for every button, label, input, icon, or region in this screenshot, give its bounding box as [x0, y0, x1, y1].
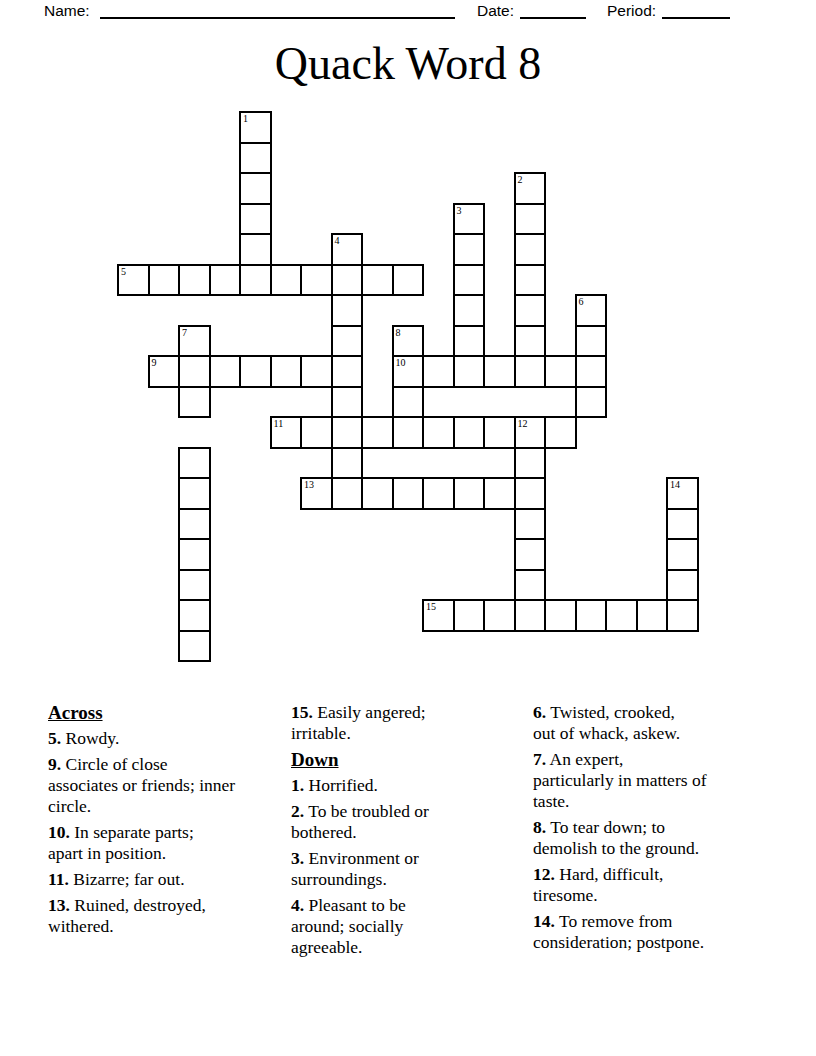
grid-cell[interactable]: [514, 233, 547, 266]
grid-cell[interactable]: [666, 508, 699, 541]
grid-cell[interactable]: [514, 264, 547, 297]
grid-cell[interactable]: [392, 477, 425, 510]
cell-number: 3: [457, 205, 462, 216]
clue-number-label: 4.: [291, 895, 304, 915]
clue-number-label: 2.: [291, 801, 304, 821]
cell-number: 5: [121, 266, 126, 277]
grid-cell[interactable]: [331, 386, 364, 419]
grid-cell[interactable]: [148, 264, 181, 297]
clue-number-label: 12.: [533, 864, 555, 884]
clue-number-label: 1.: [291, 775, 304, 795]
grid-cell[interactable]: [422, 416, 455, 449]
cell-number: 15: [426, 601, 436, 612]
grid-cell[interactable]: [270, 355, 303, 388]
grid-cell[interactable]: [453, 294, 486, 327]
grid-cell[interactable]: 15: [422, 599, 455, 632]
grid-cell[interactable]: 13: [300, 477, 333, 510]
clue-number-label: 15.: [291, 702, 313, 722]
grid-cell[interactable]: [300, 416, 333, 449]
grid-cell[interactable]: [453, 599, 486, 632]
cell-number: 12: [518, 418, 528, 429]
grid-cell[interactable]: [514, 477, 547, 510]
grid-cell[interactable]: [666, 569, 699, 602]
grid-cell[interactable]: [239, 203, 272, 236]
cell-number: 10: [396, 357, 406, 368]
grid-cell[interactable]: [544, 599, 577, 632]
grid-cell[interactable]: [514, 508, 547, 541]
clue-text: Pleasant to be around; socially agreeabl…: [291, 895, 406, 957]
clue-text: Horrified.: [309, 775, 379, 795]
clue-text: Rowdy.: [66, 728, 120, 748]
grid-cell[interactable]: [422, 355, 455, 388]
grid-cell[interactable]: [331, 416, 364, 449]
crossword-grid: 123456789101112131415: [117, 111, 700, 663]
clue-text: An expert, particularly in matters of ta…: [533, 749, 706, 811]
clue-down-8: 8. To tear down; to demolish to the grou…: [533, 817, 773, 859]
grid-cell[interactable]: [270, 264, 303, 297]
clue-number-label: 13.: [48, 895, 70, 915]
clue-down-3: 3. Environment or surroundings.: [291, 848, 531, 890]
name-line[interactable]: [100, 17, 455, 19]
grid-cell[interactable]: [209, 264, 242, 297]
grid-cell[interactable]: [361, 477, 394, 510]
date-line[interactable]: [520, 17, 586, 19]
grid-cell[interactable]: [178, 447, 211, 480]
grid-cell[interactable]: [666, 538, 699, 571]
grid-cell[interactable]: [636, 599, 669, 632]
grid-cell[interactable]: [331, 264, 364, 297]
grid-cell[interactable]: [178, 386, 211, 419]
grid-cell[interactable]: [331, 447, 364, 480]
grid-cell[interactable]: [453, 355, 486, 388]
grid-cell[interactable]: [666, 599, 699, 632]
grid-cell[interactable]: [422, 477, 455, 510]
clue-across-9: 9. Circle of close associates or friends…: [48, 754, 288, 817]
clue-down-6: 6. Twisted, crooked, out of whack, askew…: [533, 702, 773, 744]
clue-across-5: 5. Rowdy.: [48, 728, 288, 749]
grid-cell[interactable]: [483, 477, 516, 510]
clue-text: To be troubled or bothered.: [291, 801, 429, 842]
grid-cell[interactable]: [483, 599, 516, 632]
date-label: Date:: [477, 2, 514, 19]
grid-cell[interactable]: [300, 264, 333, 297]
grid-cell[interactable]: 1: [239, 111, 272, 144]
clue-down-7: 7. An expert, particularly in matters of…: [533, 749, 773, 812]
cell-number: 2: [518, 174, 523, 185]
grid-cell[interactable]: [178, 569, 211, 602]
grid-cell[interactable]: [209, 355, 242, 388]
clue-text: To tear down; to demolish to the ground.: [533, 817, 699, 858]
grid-cell[interactable]: 11: [270, 416, 303, 449]
grid-cell[interactable]: [331, 294, 364, 327]
clue-across-15: 15. Easily angered; irritable.: [291, 702, 531, 744]
grid-cell[interactable]: [514, 447, 547, 480]
clues-column-2: 15. Easily angered; irritable.Down1. Hor…: [291, 702, 531, 963]
cell-number: 1: [243, 113, 248, 124]
clue-text: Environment or surroundings.: [291, 848, 419, 889]
grid-cell[interactable]: 10: [392, 355, 425, 388]
clue-number-label: 10.: [48, 822, 70, 842]
grid-cell[interactable]: [514, 203, 547, 236]
grid-cell[interactable]: 3: [453, 203, 486, 236]
cell-number: 13: [304, 479, 314, 490]
clue-text: In separate parts; apart in position.: [48, 822, 194, 863]
clue-text: Twisted, crooked, out of whack, askew.: [533, 702, 680, 743]
clue-text: Bizarre; far out.: [73, 869, 184, 889]
cell-number: 11: [274, 418, 284, 429]
clue-down-2: 2. To be troubled or bothered.: [291, 801, 531, 843]
cell-number: 4: [335, 235, 340, 246]
grid-cell[interactable]: [178, 264, 211, 297]
clue-number-label: 11.: [48, 869, 69, 889]
clue-across-13: 13. Ruined, destroyed, withered.: [48, 895, 288, 937]
clue-down-1: 1. Horrified.: [291, 775, 531, 796]
grid-cell[interactable]: [514, 355, 547, 388]
clue-down-4: 4. Pleasant to be around; socially agree…: [291, 895, 531, 958]
clue-text: Ruined, destroyed, withered.: [48, 895, 206, 936]
period-line[interactable]: [662, 17, 730, 19]
grid-cell[interactable]: [331, 325, 364, 358]
grid-cell[interactable]: [453, 325, 486, 358]
grid-cell[interactable]: [392, 264, 425, 297]
grid-cell[interactable]: [392, 416, 425, 449]
grid-cell[interactable]: [331, 477, 364, 510]
grid-cell[interactable]: [178, 630, 211, 663]
grid-cell[interactable]: [392, 386, 425, 419]
grid-cell[interactable]: [453, 233, 486, 266]
clue-number-label: 8.: [533, 817, 546, 837]
grid-cell[interactable]: [361, 416, 394, 449]
grid-cell[interactable]: [178, 508, 211, 541]
down-header: Down: [291, 749, 531, 770]
grid-cell[interactable]: [239, 172, 272, 205]
grid-cell[interactable]: [514, 294, 547, 327]
clue-number-label: 9.: [48, 754, 61, 774]
clue-across-11: 11. Bizarre; far out.: [48, 869, 288, 890]
grid-cell[interactable]: [361, 264, 394, 297]
grid-cell[interactable]: 7: [178, 325, 211, 358]
clue-text: To remove from consideration; postpone.: [533, 911, 704, 952]
clue-down-12: 12. Hard, difficult, tiresome.: [533, 864, 773, 906]
grid-cell[interactable]: [483, 416, 516, 449]
cell-number: 9: [152, 357, 157, 368]
grid-cell[interactable]: 2: [514, 172, 547, 205]
period-label: Period:: [607, 2, 656, 19]
clue-number-label: 6.: [533, 702, 546, 722]
grid-cell[interactable]: [239, 233, 272, 266]
grid-cell[interactable]: [575, 355, 608, 388]
grid-cell[interactable]: [575, 599, 608, 632]
grid-cell[interactable]: [514, 538, 547, 571]
clue-number-label: 7.: [533, 749, 546, 769]
grid-cell[interactable]: [239, 264, 272, 297]
grid-cell[interactable]: [239, 142, 272, 175]
cell-number: 14: [670, 479, 680, 490]
grid-cell[interactable]: 9: [148, 355, 181, 388]
grid-cell[interactable]: [575, 386, 608, 419]
clues-column-3: 6. Twisted, crooked, out of whack, askew…: [533, 702, 773, 958]
puzzle-title: Quack Word 8: [0, 38, 816, 90]
grid-cell[interactable]: [453, 416, 486, 449]
clue-number-label: 14.: [533, 911, 555, 931]
grid-cell[interactable]: [605, 599, 638, 632]
cell-number: 8: [396, 327, 401, 338]
grid-cell[interactable]: [178, 355, 211, 388]
grid-cell[interactable]: 5: [117, 264, 150, 297]
across-header: Across: [48, 702, 288, 723]
grid-cell[interactable]: 12: [514, 416, 547, 449]
grid-cell[interactable]: [483, 355, 516, 388]
grid-cell[interactable]: [178, 477, 211, 510]
cell-number: 7: [182, 327, 187, 338]
clue-number-label: 5.: [48, 728, 61, 748]
grid-cell[interactable]: 6: [575, 294, 608, 327]
grid-cell[interactable]: [178, 538, 211, 571]
clue-across-10: 10. In separate parts; apart in position…: [48, 822, 288, 864]
grid-cell[interactable]: [453, 477, 486, 510]
grid-cell[interactable]: [514, 325, 547, 358]
clue-text: Circle of close associates or friends; i…: [48, 754, 235, 816]
grid-cell[interactable]: [300, 355, 333, 388]
clues-column-1: Across5. Rowdy.9. Circle of close associ…: [48, 702, 288, 942]
grid-cell[interactable]: 4: [331, 233, 364, 266]
grid-cell[interactable]: [514, 599, 547, 632]
grid-cell[interactable]: 8: [392, 325, 425, 358]
clue-down-14: 14. To remove from consideration; postpo…: [533, 911, 773, 953]
cell-number: 6: [579, 296, 584, 307]
grid-cell[interactable]: [239, 355, 272, 388]
grid-cell[interactable]: [514, 569, 547, 602]
grid-cell[interactable]: [544, 416, 577, 449]
name-label: Name:: [44, 2, 90, 19]
grid-cell[interactable]: 14: [666, 477, 699, 510]
grid-cell[interactable]: [331, 355, 364, 388]
clue-number-label: 3.: [291, 848, 304, 868]
grid-cell[interactable]: [453, 264, 486, 297]
grid-cell[interactable]: [575, 325, 608, 358]
grid-cell[interactable]: [178, 599, 211, 632]
grid-cell[interactable]: [544, 355, 577, 388]
